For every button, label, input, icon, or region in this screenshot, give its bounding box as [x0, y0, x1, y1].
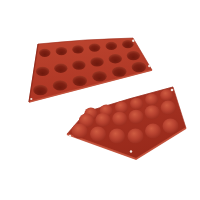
mold-cavity: [106, 42, 118, 50]
hang-hole: [69, 135, 71, 137]
mold-bump: [115, 101, 128, 113]
mold-bump: [145, 124, 161, 139]
mold-bump: [109, 129, 125, 144]
mold-cavity: [122, 40, 134, 48]
mold-cavity: [90, 57, 103, 66]
mold-bump: [163, 119, 179, 134]
mold-bump: [160, 89, 173, 101]
mold-bump: [95, 113, 110, 127]
mold-cavity: [39, 49, 51, 57]
mold-bump: [90, 127, 106, 142]
mold-bump: [129, 110, 144, 124]
hang-hole: [132, 40, 134, 42]
mold-cavity: [92, 71, 107, 81]
mold-cavity: [72, 60, 85, 69]
mold-bump: [161, 101, 176, 115]
mold-cavity: [132, 62, 147, 72]
product-photo: [0, 0, 200, 200]
mold-cavity: [54, 64, 67, 73]
mold-bump: [128, 129, 144, 144]
mold-scene: [0, 0, 200, 200]
mold-cavity: [112, 66, 127, 76]
mold-cavity: [72, 45, 84, 53]
hang-hole: [130, 150, 132, 152]
mold-cavity: [127, 51, 140, 60]
mold-cavity: [109, 54, 122, 63]
mold-cavity: [33, 85, 48, 95]
mold-bump: [145, 105, 160, 119]
hang-hole: [148, 65, 150, 67]
mold-bump: [130, 98, 143, 110]
mold-cavity: [53, 80, 68, 90]
mold-cavity: [36, 67, 49, 76]
mold-cavity: [73, 76, 88, 86]
mold-bump: [145, 94, 158, 106]
mold-bump: [112, 112, 127, 126]
mold-bump: [72, 124, 88, 139]
hang-hole: [30, 98, 32, 100]
hang-hole: [171, 89, 174, 92]
mold-cavity: [89, 44, 101, 52]
mold-cavity: [56, 47, 68, 55]
